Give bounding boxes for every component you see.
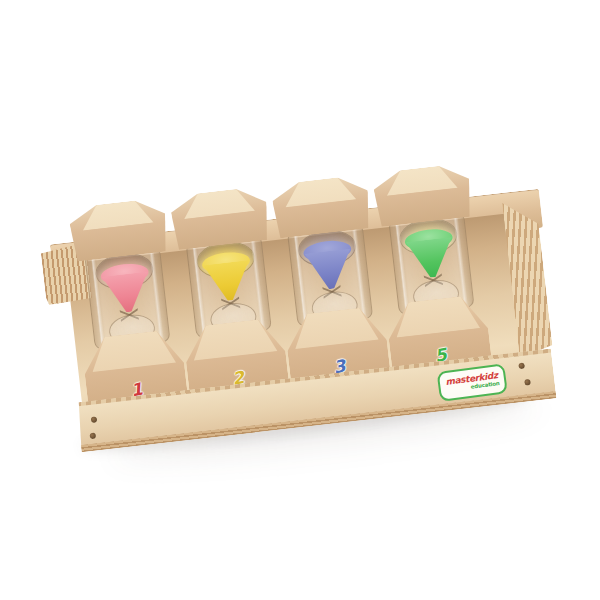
timer-top-cap: [169, 186, 270, 251]
screw-icon: [89, 433, 96, 440]
brand-logo: masterkidz education: [437, 363, 508, 402]
timer-top-cap: [372, 163, 473, 228]
timer-cap-top-face: [372, 163, 473, 228]
screw-icon: [91, 416, 98, 423]
wooden-tray: 1 2: [54, 156, 556, 449]
sand-timer-1: 1: [68, 197, 187, 413]
screw-icon: [524, 379, 531, 386]
sand-timer-2: 2: [169, 186, 288, 402]
product-photo: 1 2: [0, 0, 600, 600]
timer-cap-top-face: [68, 197, 169, 262]
sand-timer-3: 3: [271, 174, 390, 390]
screw-icon: [518, 363, 525, 370]
sand-timer-5: 5: [372, 163, 491, 379]
timer-top-cap: [271, 174, 372, 239]
timer-top-cap: [68, 197, 169, 262]
brand-tagline: education: [471, 381, 500, 390]
timer-cap-top-face: [271, 174, 372, 239]
timer-cap-top-face: [169, 186, 270, 251]
